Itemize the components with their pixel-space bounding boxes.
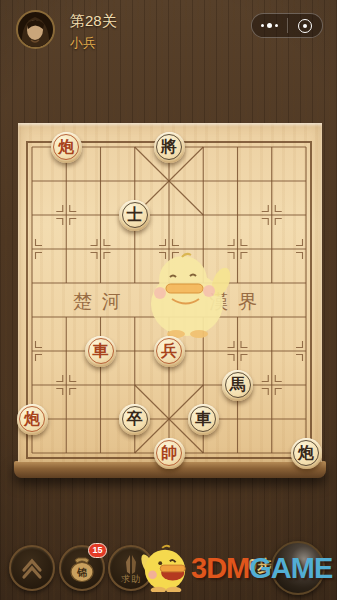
- watermark-text-3dm: 3DM: [191, 554, 249, 583]
- piece-character: 車: [93, 343, 109, 359]
- wechat-capsule: [251, 13, 323, 38]
- watermark-text-game: GAME: [249, 554, 332, 583]
- piece-character: 炮: [24, 411, 40, 427]
- piece-character: 卒: [127, 411, 143, 427]
- watermark: 3DM GAME: [141, 544, 332, 592]
- double-chevron-up-icon: [17, 553, 47, 583]
- piece-character: 車: [195, 411, 211, 427]
- board-face[interactable]: 楚河 漢界 炮將士車兵馬炮卒車帥炮: [18, 123, 322, 462]
- piece-black-馬[interactable]: 馬: [222, 370, 253, 401]
- piece-black-車[interactable]: 車: [188, 404, 219, 435]
- piece-character: 兵: [161, 343, 177, 359]
- piece-character: 帥: [161, 445, 177, 461]
- piece-character: 將: [161, 139, 177, 155]
- more-dots-icon: [261, 23, 278, 28]
- piece-character: 士: [127, 207, 143, 223]
- piece-black-卒[interactable]: 卒: [119, 404, 150, 435]
- app-screen: 第28关 小兵 楚河 漢界: [0, 0, 337, 600]
- bag-character: 锦: [76, 567, 87, 578]
- piece-black-炮[interactable]: 炮: [291, 438, 322, 469]
- piece-character: 馬: [230, 377, 246, 393]
- piece-character: 炮: [58, 139, 74, 155]
- piece-red-兵[interactable]: 兵: [154, 336, 185, 367]
- piece-character: 炮: [298, 445, 314, 461]
- piece-red-炮[interactable]: 炮: [17, 404, 48, 435]
- hint-bag-button[interactable]: 锦 15: [59, 545, 105, 591]
- river-label-left: 楚河: [60, 289, 144, 315]
- hint-count-badge: 15: [88, 543, 107, 558]
- piece-red-車[interactable]: 車: [85, 336, 116, 367]
- piece-red-帥[interactable]: 帥: [154, 438, 185, 469]
- piece-black-將[interactable]: 將: [154, 132, 185, 163]
- avatar: [16, 10, 55, 49]
- chick-mascot-icon: [142, 252, 232, 338]
- target-circle-icon: [298, 19, 312, 33]
- more-menu-button[interactable]: [252, 14, 287, 37]
- player-label: 小兵: [70, 36, 117, 49]
- capsule-close-button[interactable]: [288, 14, 323, 37]
- watermark-chick-icon: [141, 544, 191, 592]
- piece-red-炮[interactable]: 炮: [51, 132, 82, 163]
- piece-black-士[interactable]: 士: [119, 200, 150, 231]
- collapse-button[interactable]: [9, 545, 55, 591]
- level-label: 第28关: [70, 13, 117, 28]
